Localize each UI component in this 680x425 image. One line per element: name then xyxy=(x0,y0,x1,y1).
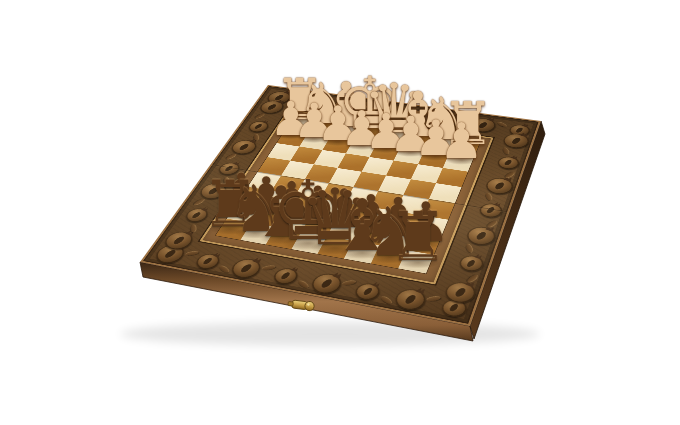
piece-white-p-a2: ♟ xyxy=(439,117,483,166)
piece-black-r-a8: ♜ xyxy=(388,203,449,271)
pieces-layer: ♜♞♝♛♚♝♞♜♟♟♟♟♟♟♟♟♟♟♟♟♟♟♟♟♜♞♝♛♚♝♞♜ xyxy=(0,0,680,425)
product-photo-scene: ♜♞♝♛♚♝♞♜♟♟♟♟♟♟♟♟♟♟♟♟♟♟♟♟♜♞♝♛♚♝♞♜ xyxy=(0,0,680,425)
